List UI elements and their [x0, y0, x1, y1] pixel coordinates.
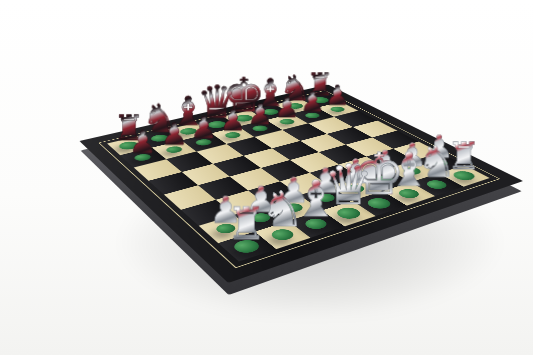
red-pawn-icon[interactable]: ♟ [108, 126, 178, 157]
studio-scene: ♜♞♝♛♚♝♞♜♟♟♟♟♟♟♟♟♟♟♟♟♟♟♟♟♜♞♝♛♚♝♞♜ [0, 0, 533, 355]
white-rook-icon[interactable]: ♜ [204, 202, 289, 246]
